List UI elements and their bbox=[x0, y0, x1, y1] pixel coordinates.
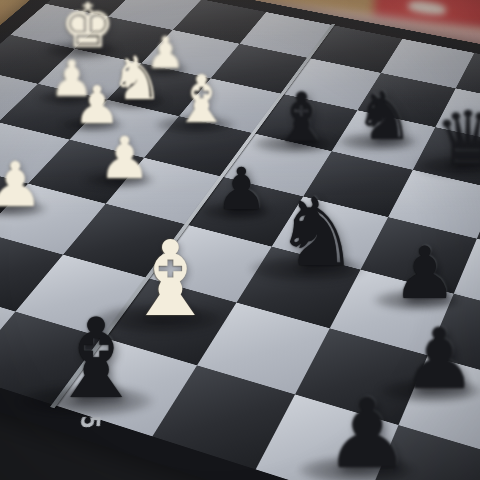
white-pawn-glyph: ♟ bbox=[99, 129, 151, 187]
black-knight-glyph: ♞ bbox=[275, 186, 359, 280]
black-bishop-glyph: ♝ bbox=[271, 84, 332, 152]
white-king-glyph: ♚ bbox=[60, 0, 116, 58]
white-bishop-glyph: ♝ bbox=[172, 67, 231, 133]
chess-photo-scene: 5 ♚♟♟♞♟♝♟♟♝♟♝♞♛♞♟♟♟♝ bbox=[0, 0, 480, 480]
black-pawn-glyph: ♟ bbox=[393, 237, 458, 309]
black-pawn-glyph: ♟ bbox=[402, 317, 477, 401]
black-queen-glyph: ♛ bbox=[435, 100, 480, 174]
white-pawn-glyph: ♟ bbox=[0, 154, 43, 216]
black-pawn-glyph: ♟ bbox=[324, 386, 410, 480]
black-knight-glyph: ♞ bbox=[354, 84, 413, 150]
black-bishop-glyph: ♝ bbox=[47, 304, 146, 414]
black-pawn-glyph: ♟ bbox=[215, 160, 267, 218]
